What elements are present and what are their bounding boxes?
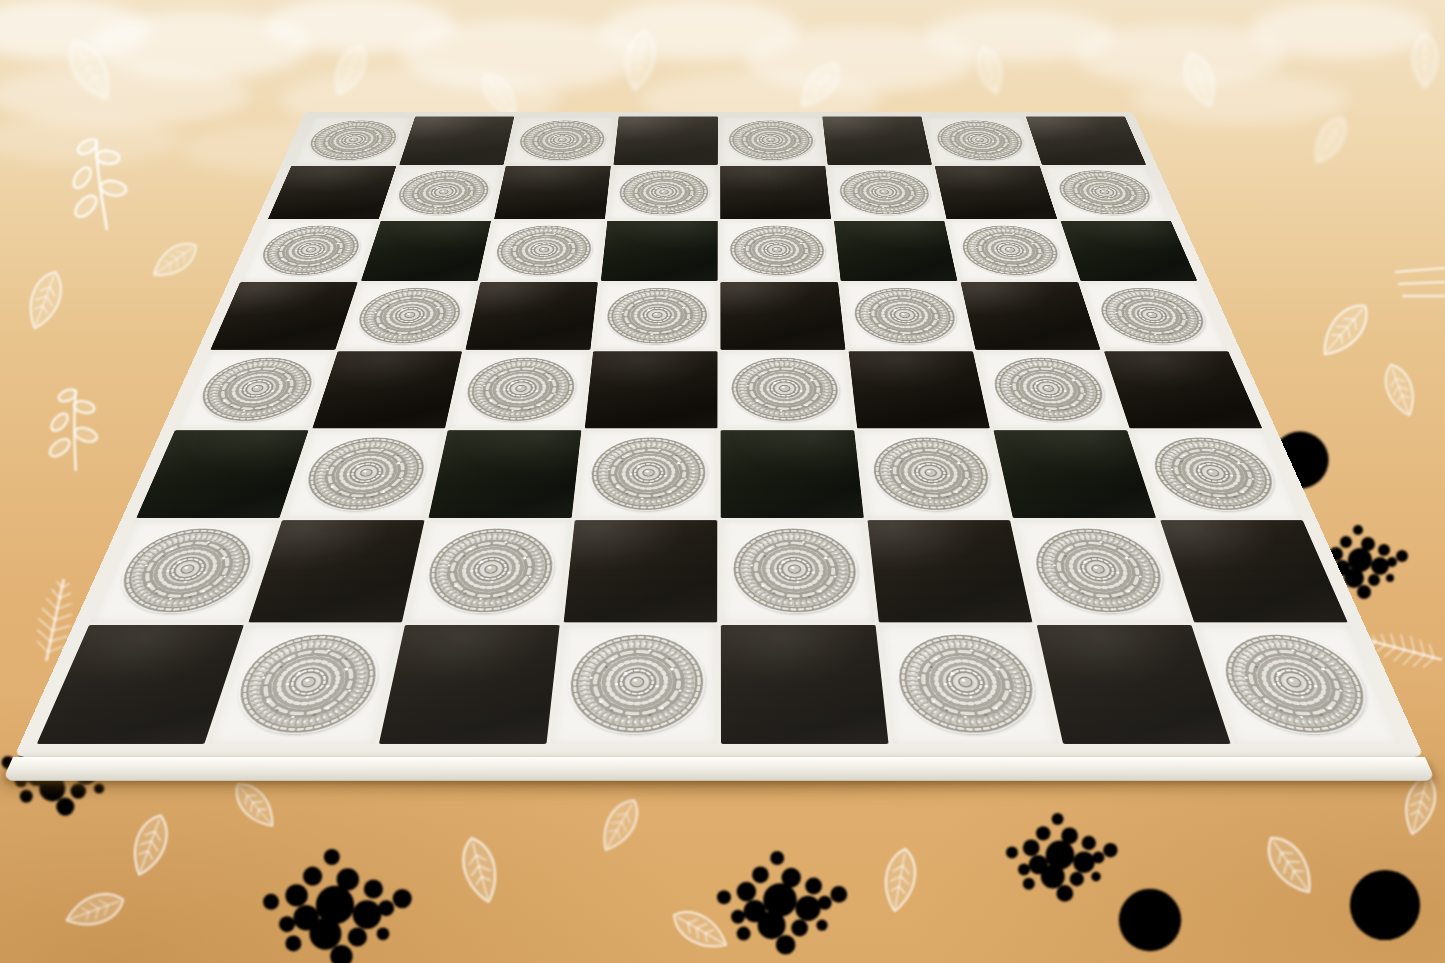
lace-blob: [1250, 2, 1430, 58]
filigree-medallion: [512, 119, 611, 162]
square-f2[interactable]: [867, 520, 1032, 622]
mum-flower-motif: [1350, 870, 1420, 940]
square-e6[interactable]: [720, 221, 837, 281]
square-h7[interactable]: [1042, 166, 1170, 220]
leaf-motif: [22, 267, 68, 333]
square-d1[interactable]: [550, 625, 717, 744]
square-d6[interactable]: [600, 221, 717, 281]
square-a6[interactable]: [241, 221, 378, 281]
square-h3[interactable]: [1130, 430, 1302, 518]
leaf-motif: [667, 903, 733, 956]
filigree-medallion: [291, 434, 437, 513]
filigree-medallion: [487, 224, 598, 278]
filigree-medallion: [559, 630, 709, 737]
square-f4[interactable]: [848, 351, 990, 428]
square-h1[interactable]: [1194, 625, 1401, 744]
square-f6[interactable]: [834, 221, 958, 281]
square-d5[interactable]: [593, 282, 718, 350]
lace-blob: [1130, 74, 1350, 126]
square-g6[interactable]: [947, 221, 1077, 281]
square-c7[interactable]: [494, 166, 610, 220]
sprig-motif: [39, 384, 105, 474]
square-a1[interactable]: [37, 625, 244, 744]
filigree-medallion: [100, 525, 269, 617]
square-a4[interactable]: [176, 351, 335, 428]
twig-motif: [1395, 268, 1445, 296]
filigree-medallion: [1204, 630, 1390, 737]
square-c4[interactable]: [448, 351, 590, 428]
filigree-medallion: [727, 355, 847, 424]
filigree-medallion: [1048, 168, 1163, 216]
square-e3[interactable]: [721, 430, 864, 518]
filigree-medallion: [345, 285, 471, 346]
leaf-motif: [1307, 112, 1352, 168]
pebble-cluster-motif: [263, 849, 412, 963]
square-c1[interactable]: [379, 625, 559, 744]
pebble-cluster-motif: [1006, 813, 1118, 902]
leaf-motif: [148, 236, 203, 284]
leaf-motif: [62, 887, 128, 933]
filigree-medallion: [456, 355, 583, 424]
filigree-medallion: [298, 119, 407, 162]
square-b4[interactable]: [312, 351, 462, 428]
leaf-motif: [881, 847, 920, 914]
filigree-medallion: [728, 525, 867, 617]
filigree-medallion: [847, 285, 966, 346]
filigree-medallion: [833, 168, 938, 216]
filigree-medallion: [613, 168, 712, 216]
leaf-motif: [1259, 829, 1321, 900]
square-f1[interactable]: [879, 625, 1059, 744]
square-e7[interactable]: [720, 166, 831, 220]
filigree-medallion: [725, 119, 819, 162]
filigree-medallion: [1138, 434, 1293, 513]
square-d2[interactable]: [563, 520, 717, 622]
square-h4[interactable]: [1104, 351, 1263, 428]
square-g7[interactable]: [935, 166, 1057, 220]
leaf-motif: [1413, 33, 1437, 87]
square-b2[interactable]: [248, 520, 425, 622]
square-h8[interactable]: [1025, 116, 1146, 164]
square-f5[interactable]: [840, 282, 972, 350]
filigree-medallion: [1088, 285, 1220, 346]
square-e4[interactable]: [720, 351, 853, 428]
filigree-medallion: [887, 630, 1049, 737]
square-g8[interactable]: [924, 116, 1039, 164]
board-front-edge: [2, 757, 1435, 781]
square-c2[interactable]: [406, 520, 571, 622]
filigree-medallion: [983, 355, 1118, 424]
filigree-medallion: [184, 355, 327, 424]
square-b5[interactable]: [338, 282, 478, 350]
square-e1[interactable]: [721, 625, 888, 744]
filigree-medallion: [387, 168, 497, 216]
square-f3[interactable]: [857, 430, 1010, 518]
square-e8[interactable]: [720, 116, 825, 164]
mum-flower-motif: [1119, 889, 1181, 951]
square-c3[interactable]: [428, 430, 581, 518]
square-a8[interactable]: [292, 116, 413, 164]
square-a3[interactable]: [136, 430, 308, 518]
leaf-motif: [1314, 297, 1376, 364]
leaf-motif: [1379, 360, 1420, 419]
square-h5[interactable]: [1081, 282, 1228, 350]
filigree-medallion: [600, 285, 712, 346]
photo-scene: [0, 0, 1445, 963]
square-g4[interactable]: [976, 351, 1126, 428]
square-a2[interactable]: [90, 520, 278, 622]
filigree-medallion: [864, 434, 1001, 513]
leaf-motif: [457, 834, 503, 905]
pebble-cluster-motif: [717, 851, 847, 955]
filigree-medallion: [929, 119, 1033, 162]
square-e5[interactable]: [720, 282, 845, 350]
square-b8[interactable]: [399, 116, 514, 164]
filigree-medallion: [726, 224, 831, 278]
filigree-medallion: [582, 434, 711, 513]
leaf-motif: [126, 811, 174, 880]
filigree-medallion: [248, 224, 371, 278]
square-h6[interactable]: [1060, 221, 1197, 281]
square-b7[interactable]: [381, 166, 503, 220]
square-a7[interactable]: [268, 166, 396, 220]
square-d8[interactable]: [613, 116, 718, 164]
filigree-medallion: [414, 525, 563, 617]
square-g3[interactable]: [993, 430, 1155, 518]
filigree-medallion: [953, 224, 1070, 278]
square-g2[interactable]: [1013, 520, 1190, 622]
square-h2[interactable]: [1160, 520, 1348, 622]
filigree-medallion: [1022, 525, 1181, 617]
filigree-medallion: [218, 630, 392, 737]
square-d7[interactable]: [607, 166, 718, 220]
square-f8[interactable]: [822, 116, 932, 164]
square-b3[interactable]: [282, 430, 444, 518]
square-d4[interactable]: [584, 351, 717, 428]
square-f7[interactable]: [827, 166, 943, 220]
square-d3[interactable]: [575, 430, 718, 518]
square-g5[interactable]: [961, 282, 1101, 350]
square-c5[interactable]: [465, 282, 597, 350]
square-c8[interactable]: [506, 116, 616, 164]
square-b6[interactable]: [361, 221, 491, 281]
square-e2[interactable]: [721, 520, 875, 622]
square-a5[interactable]: [210, 282, 357, 350]
lace-blob: [0, 65, 250, 125]
square-c6[interactable]: [481, 221, 605, 281]
